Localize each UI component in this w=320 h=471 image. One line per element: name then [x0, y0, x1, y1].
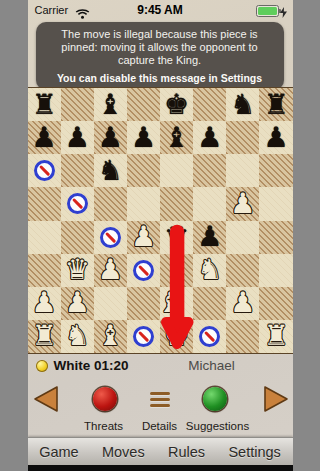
charging-bolt-icon: [280, 4, 287, 22]
square-f3[interactable]: ♞: [193, 254, 226, 287]
square-b2[interactable]: ♟: [61, 287, 94, 320]
black-queen: ♛: [164, 223, 189, 251]
app-screen: Carrier 9:45 AM The move is illegal beca…: [28, 0, 293, 471]
suggestions-label[interactable]: Suggestions: [186, 420, 249, 432]
details-icon[interactable]: [150, 392, 170, 410]
white-rook: ♜: [263, 322, 288, 350]
battery-icon: [256, 5, 279, 17]
no-entry-icon: [100, 227, 121, 248]
suggestions-button[interactable]: [203, 387, 227, 411]
details-label[interactable]: Details: [142, 420, 177, 432]
white-player-clock: White 01:20: [54, 358, 129, 373]
status-bar: Carrier 9:45 AM: [28, 0, 293, 20]
square-c8[interactable]: ♝: [94, 88, 127, 121]
square-h7[interactable]: ♟: [259, 121, 292, 154]
white-pawn: ♟: [65, 289, 90, 317]
square-c2[interactable]: [94, 287, 127, 320]
white-king: ♚: [164, 322, 189, 350]
square-h6[interactable]: [259, 154, 292, 187]
previous-move-button[interactable]: [33, 385, 59, 417]
square-b3[interactable]: ♛: [61, 254, 94, 287]
square-f8[interactable]: [193, 88, 226, 121]
tab-rules[interactable]: Rules: [168, 444, 205, 460]
square-a7[interactable]: ♟: [28, 121, 61, 154]
threats-label[interactable]: Threats: [84, 420, 123, 432]
black-knight: ♞: [230, 91, 255, 119]
square-f6[interactable]: [193, 154, 226, 187]
square-c5[interactable]: [94, 187, 127, 220]
square-d8[interactable]: [127, 88, 160, 121]
square-a8[interactable]: ♜: [28, 88, 61, 121]
square-d6[interactable]: [127, 154, 160, 187]
black-knight: ♞: [98, 157, 123, 185]
square-f2[interactable]: [193, 287, 226, 320]
square-a2[interactable]: ♟: [28, 287, 61, 320]
square-f5[interactable]: [193, 187, 226, 220]
black-pawn: ♟: [263, 124, 288, 152]
square-d2[interactable]: [127, 287, 160, 320]
white-rook: ♜: [32, 322, 57, 350]
square-a5[interactable]: [28, 187, 61, 220]
square-e4[interactable]: ♛: [160, 221, 193, 254]
black-rook: ♜: [32, 91, 57, 119]
tab-game[interactable]: Game: [39, 444, 79, 460]
square-d3[interactable]: [127, 254, 160, 287]
home-indicator-area: [28, 465, 293, 471]
black-pawn: ♟: [98, 124, 123, 152]
square-b1[interactable]: ♞: [61, 320, 94, 353]
square-c1[interactable]: ♝: [94, 320, 127, 353]
square-a6[interactable]: [28, 154, 61, 187]
square-b5[interactable]: [61, 187, 94, 220]
square-g4[interactable]: [226, 221, 259, 254]
black-pawn: ♟: [197, 223, 222, 251]
square-d5[interactable]: [127, 187, 160, 220]
clock-time: 9:45 AM: [137, 3, 183, 17]
white-bishop: ♝: [158, 289, 183, 317]
square-b6[interactable]: [61, 154, 94, 187]
square-d7[interactable]: ♟: [127, 121, 160, 154]
square-a4[interactable]: [28, 221, 61, 254]
square-e5[interactable]: [160, 187, 193, 220]
turn-indicator-dot: [36, 360, 48, 372]
square-d4[interactable]: ♟: [127, 221, 160, 254]
white-pawn: ♟: [32, 289, 57, 317]
black-king: ♚: [164, 91, 189, 119]
square-c7[interactable]: ♟: [94, 121, 127, 154]
chess-board[interactable]: ♜♝♚♞♜♟♟♟♟♝♟♟♞♟♟♛♟♛♟♞♟♟♝♟♜♞♝♚♜: [28, 88, 293, 353]
black-rook: ♜: [263, 91, 288, 119]
no-entry-icon: [34, 160, 55, 181]
square-b8[interactable]: [61, 88, 94, 121]
square-h8[interactable]: ♜: [259, 88, 292, 121]
square-a1[interactable]: ♜: [28, 320, 61, 353]
black-pawn: ♟: [32, 124, 57, 152]
black-pawn: ♟: [131, 124, 156, 152]
square-h5[interactable]: [259, 187, 292, 220]
white-pawn: ♟: [230, 289, 255, 317]
square-g6[interactable]: [226, 154, 259, 187]
no-entry-icon: [199, 326, 220, 347]
black-pawn: ♟: [65, 124, 90, 152]
square-e7[interactable]: ♝: [160, 121, 193, 154]
square-b7[interactable]: ♟: [61, 121, 94, 154]
square-f4[interactable]: ♟: [193, 221, 226, 254]
wifi-icon: [75, 5, 90, 23]
next-move-button[interactable]: [263, 385, 289, 417]
square-h4[interactable]: [259, 221, 292, 254]
carrier-label: Carrier: [35, 4, 69, 16]
white-pawn: ♟: [131, 223, 156, 251]
illegal-move-alert[interactable]: The move is illegal because this piece i…: [36, 22, 284, 90]
square-d1[interactable]: [127, 320, 160, 353]
square-e2[interactable]: ♝: [160, 287, 193, 320]
white-bishop: ♝: [98, 322, 123, 350]
square-g7[interactable]: [226, 121, 259, 154]
white-pawn: ♟: [98, 256, 123, 284]
white-queen: ♛: [65, 256, 90, 284]
square-e6[interactable]: [160, 154, 193, 187]
white-knight: ♞: [197, 256, 222, 284]
square-e1[interactable]: ♚: [160, 320, 193, 353]
square-e8[interactable]: ♚: [160, 88, 193, 121]
no-entry-icon: [133, 326, 154, 347]
alert-footer: You can disable this message in Settings: [44, 72, 276, 84]
black-pawn: ♟: [197, 124, 222, 152]
square-a3[interactable]: [28, 254, 61, 287]
bottom-tab-bar: Game Moves Rules Settings: [28, 437, 293, 465]
square-g8[interactable]: ♞: [226, 88, 259, 121]
square-g2[interactable]: ♟: [226, 287, 259, 320]
square-f7[interactable]: ♟: [193, 121, 226, 154]
square-c3[interactable]: ♟: [94, 254, 127, 287]
square-c6[interactable]: ♞: [94, 154, 127, 187]
white-pawn: ♟: [230, 190, 255, 218]
players-bar: White 01:20 Michael: [28, 354, 293, 378]
control-strip: Threats Details Suggestions: [28, 378, 293, 436]
square-g5[interactable]: ♟: [226, 187, 259, 220]
square-g3[interactable]: [226, 254, 259, 287]
square-c4[interactable]: [94, 221, 127, 254]
square-g1[interactable]: [226, 320, 259, 353]
square-h2[interactable]: [259, 287, 292, 320]
square-f1[interactable]: [193, 320, 226, 353]
square-h3[interactable]: [259, 254, 292, 287]
tab-settings[interactable]: Settings: [228, 444, 280, 460]
black-bishop: ♝: [98, 91, 123, 119]
no-entry-icon: [67, 193, 88, 214]
threats-button[interactable]: [93, 387, 117, 411]
no-entry-icon: [133, 260, 154, 281]
square-b4[interactable]: [61, 221, 94, 254]
white-knight: ♞: [65, 322, 90, 350]
alert-message: The move is illegal because this piece i…: [44, 28, 276, 67]
black-player-name: Michael: [188, 358, 235, 373]
square-h1[interactable]: ♜: [259, 320, 292, 353]
square-e3[interactable]: [160, 254, 193, 287]
tab-moves[interactable]: Moves: [102, 444, 145, 460]
black-bishop: ♝: [164, 124, 189, 152]
